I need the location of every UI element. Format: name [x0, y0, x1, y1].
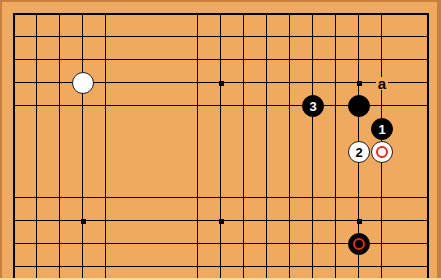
board-grid: 312a	[3, 3, 440, 279]
star-point-dot	[357, 81, 362, 86]
star-point-dot	[81, 219, 86, 224]
stone-black-1-cell: 1	[371, 118, 394, 141]
star-point	[72, 210, 95, 233]
stone-white-2: 2	[348, 141, 370, 163]
star-point	[210, 210, 233, 233]
stone-black-circled-cell	[348, 233, 371, 256]
stone-black-circled	[348, 233, 370, 255]
stone-black-1: 1	[371, 118, 393, 140]
stone-white-2-cell: 2	[348, 141, 371, 164]
star-point	[348, 72, 371, 95]
red-circle-mark-icon	[353, 238, 365, 250]
star-point-dot	[219, 81, 224, 86]
stone-white-circled-cell	[371, 141, 394, 164]
point-label-a: a	[376, 77, 388, 90]
star-point	[348, 210, 371, 233]
red-circle-mark-icon	[376, 146, 388, 158]
point-label-a-cell: a	[371, 72, 394, 95]
stone-black-3-cell: 3	[302, 95, 325, 118]
star-point	[210, 72, 233, 95]
stone-white	[72, 72, 94, 94]
stone-black-3: 3	[302, 95, 324, 117]
star-point-dot	[357, 219, 362, 224]
stone-black	[348, 95, 370, 117]
stone-white-cell	[72, 72, 95, 95]
star-point-dot	[219, 219, 224, 224]
go-diagram: 312a	[0, 0, 441, 280]
stone-white-circled	[371, 141, 393, 163]
stone-black-cell	[348, 95, 371, 118]
